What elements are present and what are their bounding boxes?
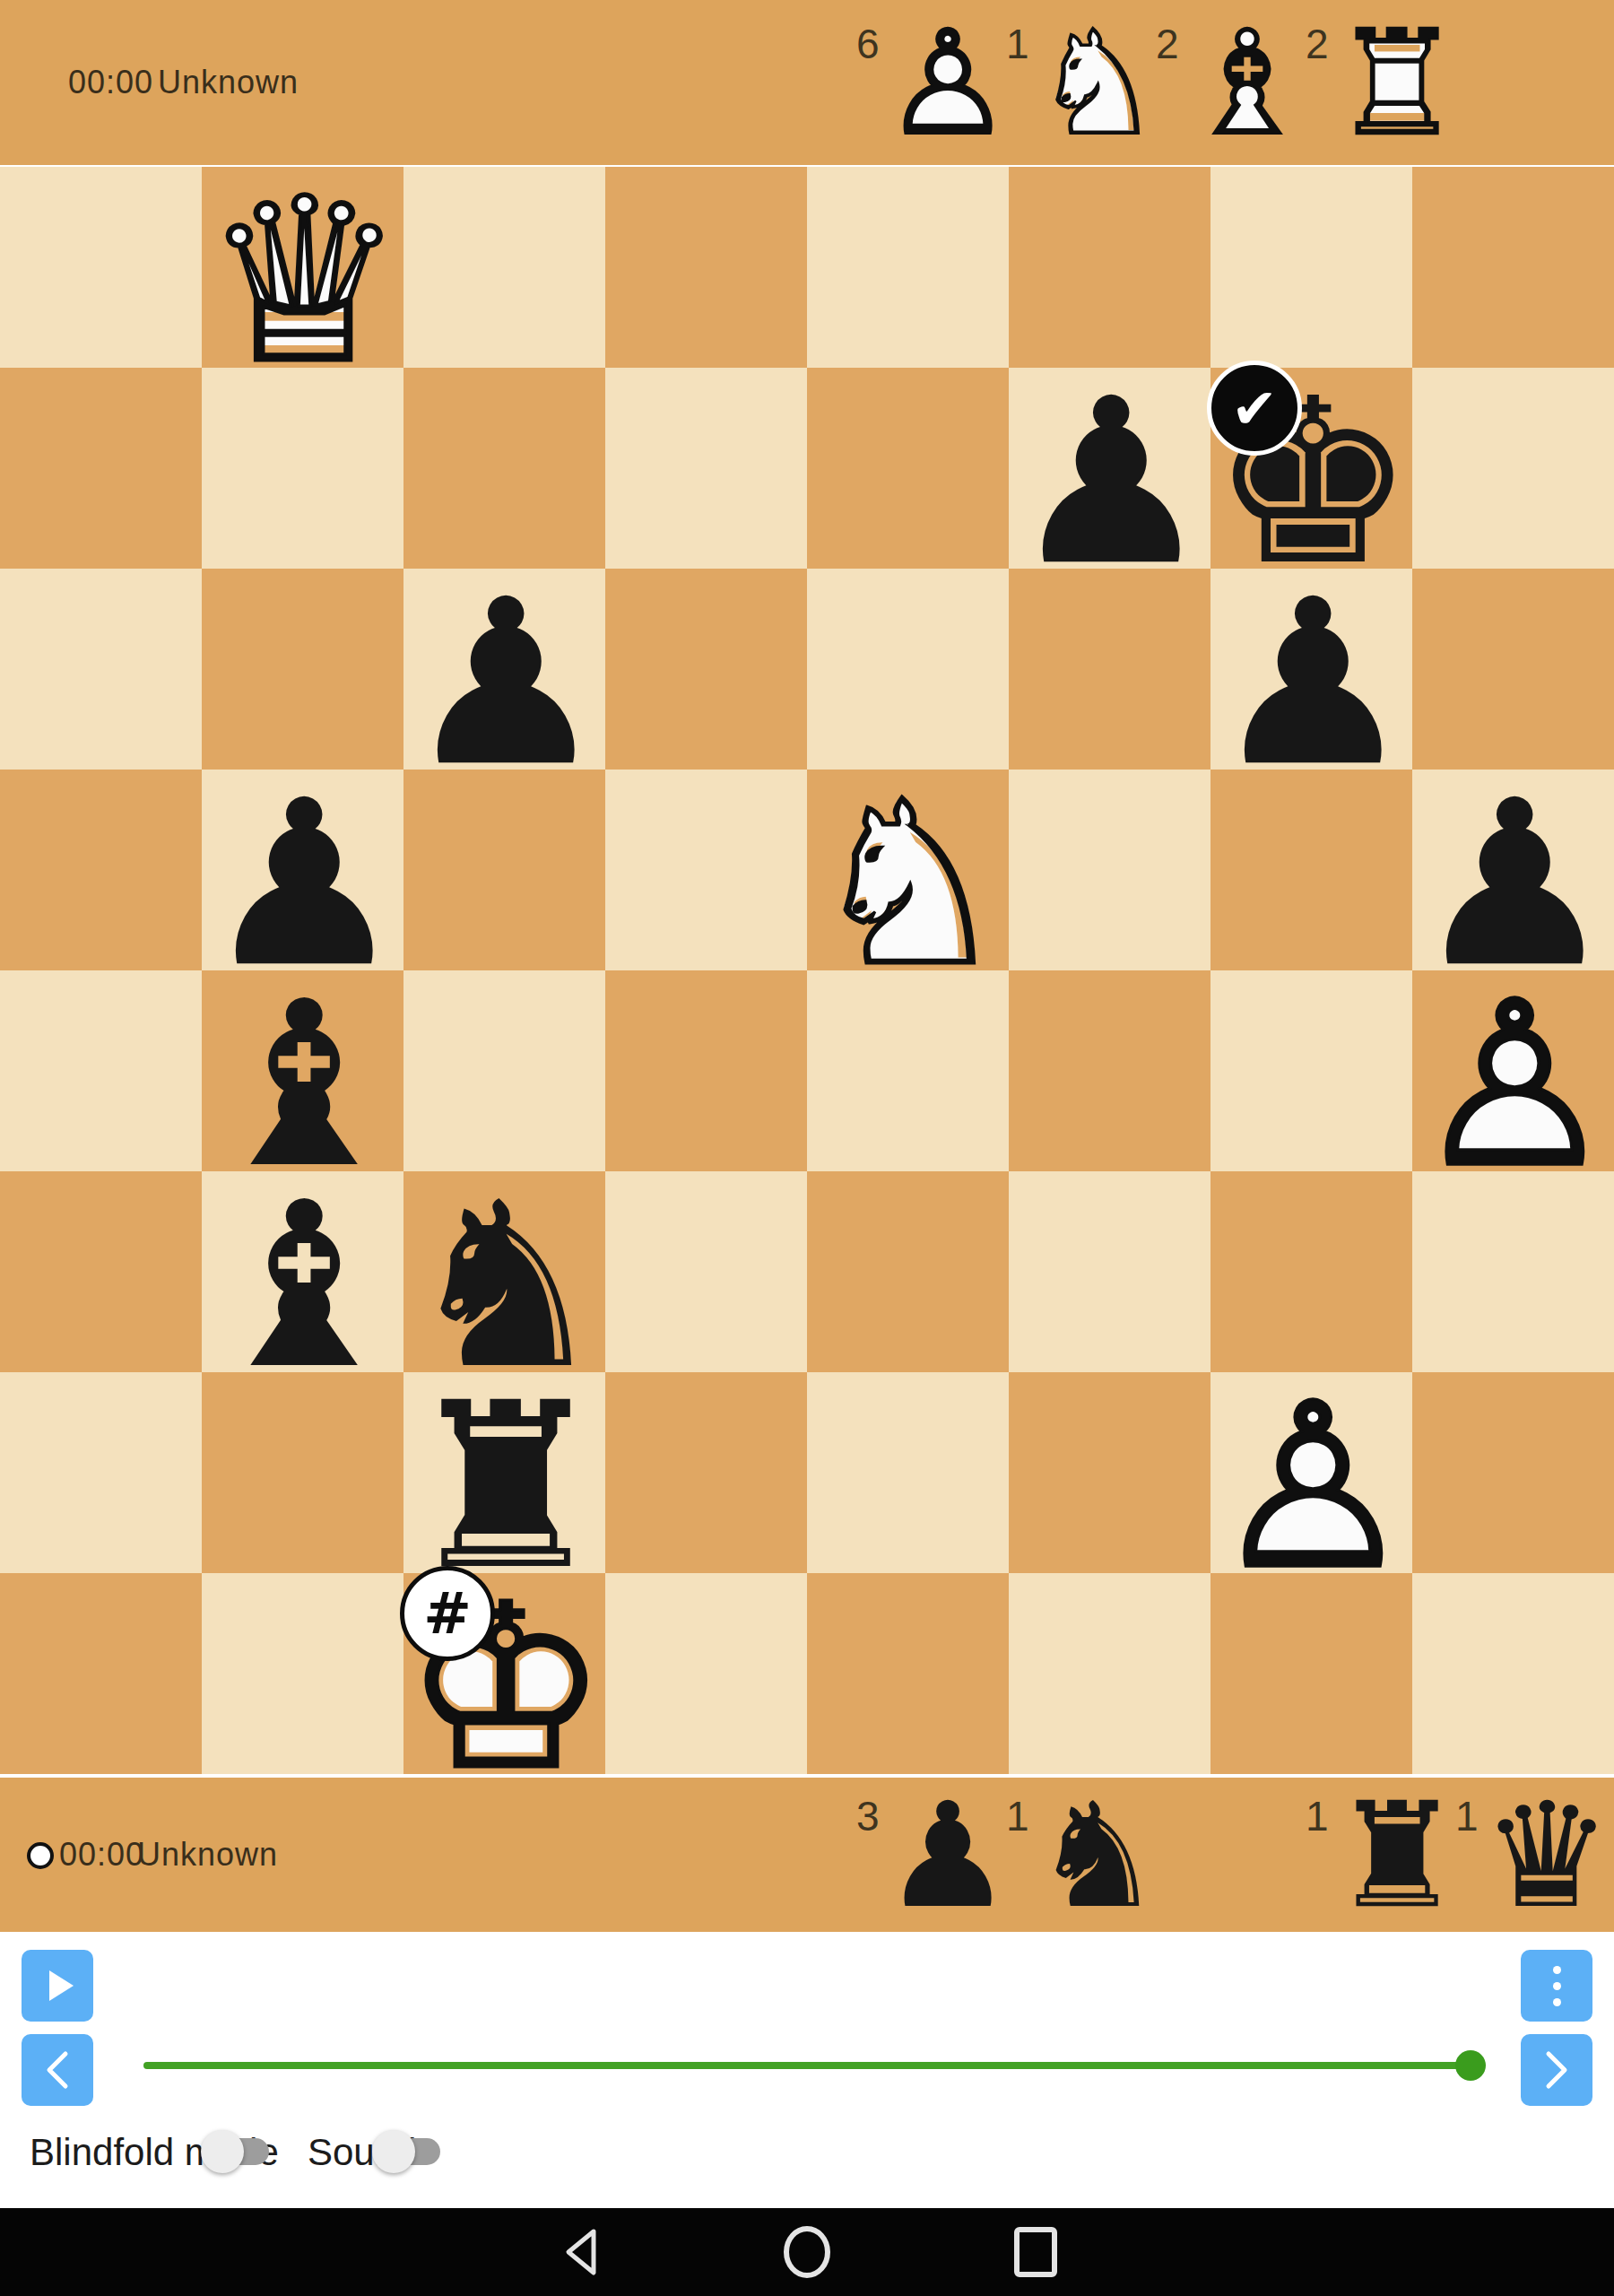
square-f8[interactable] [1009,167,1210,368]
square-g4[interactable] [1210,970,1412,1171]
square-a7[interactable] [0,368,202,569]
annotation-badge-checkmate-c1: # [400,1566,495,1661]
white-knight-icon: ♞♘ [1033,11,1163,156]
square-h2[interactable] [1412,1372,1614,1573]
square-h3[interactable] [1412,1171,1614,1372]
captured-count: 1 [1455,1796,1479,1837]
black-bishop-b4: ♝ [202,970,403,1171]
square-h5[interactable]: ♟ [1412,770,1614,970]
top-player-name: Unknown [158,0,299,165]
captured-count: 2 [1306,23,1329,65]
square-g6[interactable]: ♟ [1210,569,1412,770]
blindfold-mode-toggle[interactable] [204,2138,269,2165]
square-b6[interactable] [202,569,403,770]
chess-app-screen: 00:00 Unknown 6♟♙1♞♘2♝♗2♜♖ ♛♕♟♚♟♟♟♞♘♟♝♟♙… [0,0,1614,2296]
square-b8[interactable]: ♛♕ [202,167,403,368]
previous-move-button[interactable] [22,2034,93,2106]
square-f5[interactable] [1009,770,1210,970]
captured-black-queen-group: 1♛ [1455,1783,1612,1928]
menu-button[interactable] [1521,1950,1592,2022]
square-e2[interactable] [807,1372,1009,1573]
square-f7[interactable]: ♟ [1009,368,1210,569]
black-rook-c2: ♜ [403,1372,605,1573]
square-d8[interactable] [605,167,807,368]
home-button[interactable] [780,2208,834,2296]
square-f4[interactable] [1009,970,1210,1171]
square-f2[interactable] [1009,1372,1210,1573]
square-h6[interactable] [1412,569,1614,770]
chevron-right-icon [1541,2048,1572,2092]
square-e3[interactable] [807,1171,1009,1372]
captured-black-rook-group: 1♜ [1306,1783,1462,1928]
square-f1[interactable] [1009,1573,1210,1774]
black-pawn-icon: ♟ [883,1783,1013,1928]
bottom-player-bar: 00:00 Unknown 3♟1♞1♜1♛ [0,1778,1614,1932]
square-g1[interactable] [1210,1573,1412,1774]
white-queen-b8: ♛♕ [202,167,403,368]
square-a4[interactable] [0,970,202,1171]
recents-button[interactable] [1009,2208,1063,2296]
captured-white-rook-group: 2♜♖ [1306,11,1462,156]
square-c7[interactable] [403,368,605,569]
captured-count: 1 [1006,23,1029,65]
square-e7[interactable] [807,368,1009,569]
square-c2[interactable]: ♜ [403,1372,605,1573]
white-pawn-icon: ♟♙ [883,11,1013,156]
play-icon [49,1970,74,2001]
chevron-left-icon [42,2048,73,2092]
captured-count: 3 [856,1796,880,1837]
square-h4[interactable]: ♟♙ [1412,970,1614,1171]
captured-white-bishop-group: 2♝♗ [1156,11,1313,156]
play-button[interactable] [22,1950,93,2022]
bottom-player-clock: 00:00 [59,1778,144,1932]
square-d3[interactable] [605,1171,807,1372]
square-a1[interactable] [0,1573,202,1774]
square-b5[interactable]: ♟ [202,770,403,970]
black-pawn-g6: ♟ [1210,569,1412,770]
captured-count: 6 [856,23,880,65]
square-g5[interactable] [1210,770,1412,970]
bottom-player-name: Unknown [137,1778,278,1932]
captured-white-pawn-group: 6♟♙ [856,11,1013,156]
home-circle-icon [781,2224,833,2280]
captured-white-knight-group: 1♞♘ [1006,11,1163,156]
black-pawn-f7: ♟ [1009,368,1210,569]
blindfold-toggle-thumb [201,2130,244,2173]
square-h7[interactable] [1412,368,1614,569]
white-pawn-g2: ♟♙ [1210,1372,1412,1573]
square-a5[interactable] [0,770,202,970]
white-turn-indicator [27,1842,54,1869]
square-b3[interactable]: ♝ [202,1171,403,1372]
white-rook-icon: ♜♖ [1332,11,1462,156]
white-bishop-icon: ♝♗ [1183,11,1313,156]
square-c6[interactable]: ♟ [403,569,605,770]
square-e6[interactable] [807,569,1009,770]
white-knight-e5: ♞♘ [807,770,1009,970]
square-b7[interactable] [202,368,403,569]
square-f3[interactable] [1009,1171,1210,1372]
black-queen-icon: ♛ [1482,1783,1612,1928]
android-nav-bar [0,2208,1614,2296]
square-e4[interactable] [807,970,1009,1171]
black-knight-icon: ♞ [1033,1783,1163,1928]
black-knight-c3: ♞ [403,1171,605,1372]
black-pawn-h5: ♟ [1412,770,1614,970]
square-b1[interactable] [202,1573,403,1774]
back-triangle-icon [561,2227,601,2277]
square-d7[interactable] [605,368,807,569]
square-h8[interactable] [1412,167,1614,368]
white-pawn-h4: ♟♙ [1412,970,1614,1171]
sound-toggle[interactable] [376,2138,440,2165]
square-c5[interactable] [403,770,605,970]
square-c8[interactable] [403,167,605,368]
next-move-button[interactable] [1521,2034,1592,2106]
black-pawn-b5: ♟ [202,770,403,970]
captured-black-pawn-group: 3♟ [856,1783,1013,1928]
square-d5[interactable] [605,770,807,970]
square-a6[interactable] [0,569,202,770]
square-e8[interactable] [807,167,1009,368]
captured-black-knight-group: 1♞ [1006,1783,1163,1928]
captured-count: 1 [1306,1796,1329,1837]
annotation-badge-winner-check-g7: ✔ [1207,361,1302,456]
square-d6[interactable] [605,569,807,770]
square-h1[interactable] [1412,1573,1614,1774]
back-button[interactable] [554,2208,608,2296]
move-slider-thumb[interactable] [1455,2050,1486,2081]
black-rook-icon: ♜ [1332,1783,1462,1928]
square-d1[interactable] [605,1573,807,1774]
square-g2[interactable]: ♟♙ [1210,1372,1412,1573]
square-c3[interactable]: ♞ [403,1171,605,1372]
square-a2[interactable] [0,1372,202,1573]
square-g3[interactable] [1210,1171,1412,1372]
square-c4[interactable] [403,970,605,1171]
square-b2[interactable] [202,1372,403,1573]
square-e5[interactable]: ♞♘ [807,770,1009,970]
top-player-clock: 00:00 [68,0,153,165]
square-d2[interactable] [605,1372,807,1573]
captured-count: 2 [1156,23,1179,65]
square-a3[interactable] [0,1171,202,1372]
move-slider-track[interactable] [143,2062,1471,2069]
recents-square-icon [1012,2225,1059,2279]
square-e1[interactable] [807,1573,1009,1774]
black-bishop-b3: ♝ [202,1171,403,1372]
square-f6[interactable] [1009,569,1210,770]
square-b4[interactable]: ♝ [202,970,403,1171]
captured-count: 1 [1006,1796,1029,1837]
chess-board[interactable]: ♛♕♟♚♟♟♟♞♘♟♝♟♙♝♞♜♟♙♚♔✔# [0,167,1614,1774]
more-vert-icon [1553,1966,1561,2006]
square-a8[interactable] [0,167,202,368]
black-pawn-c6: ♟ [403,569,605,770]
sound-toggle-thumb [372,2130,415,2173]
top-player-bar: 00:00 Unknown 6♟♙1♞♘2♝♗2♜♖ [0,0,1614,165]
square-g8[interactable] [1210,167,1412,368]
square-d4[interactable] [605,970,807,1171]
